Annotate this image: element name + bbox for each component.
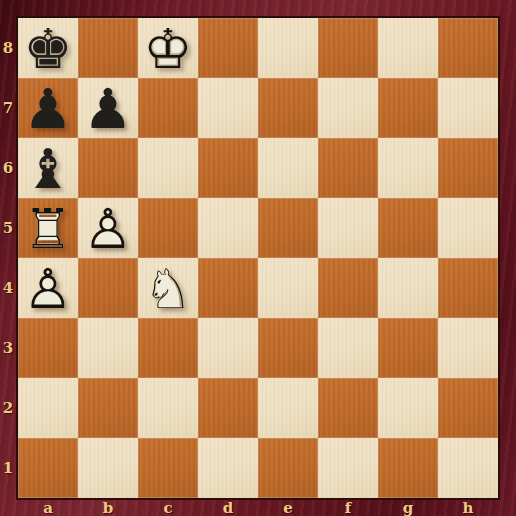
rank-label-1: 1 <box>0 438 16 498</box>
square-g7[interactable] <box>378 78 438 138</box>
square-c6[interactable] <box>138 138 198 198</box>
file-label-f: f <box>318 500 378 516</box>
square-a6[interactable]: ♝ <box>18 138 78 198</box>
file-label-g: g <box>378 500 438 516</box>
square-c8[interactable]: ♚♔ <box>138 18 198 78</box>
square-a3[interactable] <box>18 318 78 378</box>
square-b5[interactable]: ♟♙ <box>78 198 138 258</box>
file-label-a: a <box>18 500 78 516</box>
square-c2[interactable] <box>138 378 198 438</box>
square-f5[interactable] <box>318 198 378 258</box>
square-f6[interactable] <box>318 138 378 198</box>
square-c3[interactable] <box>138 318 198 378</box>
square-d5[interactable] <box>198 198 258 258</box>
white-rook-outline: ♖ <box>18 198 78 258</box>
square-c5[interactable] <box>138 198 198 258</box>
square-e6[interactable] <box>258 138 318 198</box>
file-label-d: d <box>198 500 258 516</box>
square-a1[interactable] <box>18 438 78 498</box>
black-king[interactable]: ♚ <box>18 18 78 78</box>
square-g8[interactable] <box>378 18 438 78</box>
file-label-b: b <box>78 500 138 516</box>
black-pawn-glyph: ♟ <box>18 78 78 138</box>
square-g1[interactable] <box>378 438 438 498</box>
file-label-c: c <box>138 500 198 516</box>
square-h3[interactable] <box>438 318 498 378</box>
white-knight-outline: ♘ <box>138 258 198 318</box>
white-rook[interactable]: ♜♖ <box>18 198 78 258</box>
square-a4[interactable]: ♟♙ <box>18 258 78 318</box>
chess-board-frame: ♚♚♔♟♟♝♜♖♟♙♟♙♞♘ 87654321 abcdefgh <box>0 0 516 516</box>
square-b7[interactable]: ♟ <box>78 78 138 138</box>
black-pawn[interactable]: ♟ <box>78 78 138 138</box>
square-f1[interactable] <box>318 438 378 498</box>
rank-label-5: 5 <box>0 198 16 258</box>
square-g6[interactable] <box>378 138 438 198</box>
square-b2[interactable] <box>78 378 138 438</box>
square-e5[interactable] <box>258 198 318 258</box>
square-g2[interactable] <box>378 378 438 438</box>
square-f2[interactable] <box>318 378 378 438</box>
square-h1[interactable] <box>438 438 498 498</box>
black-bishop-glyph: ♝ <box>18 138 78 198</box>
rank-label-7: 7 <box>0 78 16 138</box>
square-h7[interactable] <box>438 78 498 138</box>
rank-label-3: 3 <box>0 318 16 378</box>
rank-label-4: 4 <box>0 258 16 318</box>
square-d3[interactable] <box>198 318 258 378</box>
black-king-glyph: ♚ <box>18 18 78 78</box>
white-pawn[interactable]: ♟♙ <box>18 258 78 318</box>
square-e7[interactable] <box>258 78 318 138</box>
square-c4[interactable]: ♞♘ <box>138 258 198 318</box>
white-pawn-outline: ♙ <box>78 198 138 258</box>
square-e1[interactable] <box>258 438 318 498</box>
square-a7[interactable]: ♟ <box>18 78 78 138</box>
square-g4[interactable] <box>378 258 438 318</box>
square-b1[interactable] <box>78 438 138 498</box>
square-h6[interactable] <box>438 138 498 198</box>
square-h2[interactable] <box>438 378 498 438</box>
square-b6[interactable] <box>78 138 138 198</box>
square-d6[interactable] <box>198 138 258 198</box>
square-c1[interactable] <box>138 438 198 498</box>
square-d2[interactable] <box>198 378 258 438</box>
chess-board: ♚♚♔♟♟♝♜♖♟♙♟♙♞♘ <box>16 16 500 500</box>
black-pawn-glyph: ♟ <box>78 78 138 138</box>
white-knight[interactable]: ♞♘ <box>138 258 198 318</box>
file-label-h: h <box>438 500 498 516</box>
black-bishop[interactable]: ♝ <box>18 138 78 198</box>
rank-label-8: 8 <box>0 18 16 78</box>
square-b8[interactable] <box>78 18 138 78</box>
square-e4[interactable] <box>258 258 318 318</box>
file-label-e: e <box>258 500 318 516</box>
square-b3[interactable] <box>78 318 138 378</box>
square-c7[interactable] <box>138 78 198 138</box>
square-f3[interactable] <box>318 318 378 378</box>
square-a2[interactable] <box>18 378 78 438</box>
black-pawn[interactable]: ♟ <box>18 78 78 138</box>
white-king[interactable]: ♚♔ <box>138 18 198 78</box>
white-pawn-outline: ♙ <box>18 258 78 318</box>
square-f7[interactable] <box>318 78 378 138</box>
white-king-outline: ♔ <box>138 18 198 78</box>
square-d7[interactable] <box>198 78 258 138</box>
white-pawn[interactable]: ♟♙ <box>78 198 138 258</box>
rank-label-6: 6 <box>0 138 16 198</box>
square-b4[interactable] <box>78 258 138 318</box>
square-e3[interactable] <box>258 318 318 378</box>
square-d4[interactable] <box>198 258 258 318</box>
square-h4[interactable] <box>438 258 498 318</box>
square-g5[interactable] <box>378 198 438 258</box>
square-h8[interactable] <box>438 18 498 78</box>
rank-label-2: 2 <box>0 378 16 438</box>
square-f8[interactable] <box>318 18 378 78</box>
square-f4[interactable] <box>318 258 378 318</box>
square-e2[interactable] <box>258 378 318 438</box>
square-d1[interactable] <box>198 438 258 498</box>
square-h5[interactable] <box>438 198 498 258</box>
square-e8[interactable] <box>258 18 318 78</box>
square-a5[interactable]: ♜♖ <box>18 198 78 258</box>
square-g3[interactable] <box>378 318 438 378</box>
square-a8[interactable]: ♚ <box>18 18 78 78</box>
square-d8[interactable] <box>198 18 258 78</box>
